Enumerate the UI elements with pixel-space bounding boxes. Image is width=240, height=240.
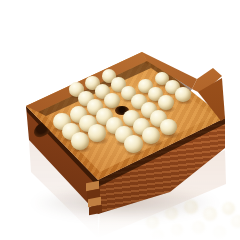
marble-r3c2[interactable] — [104, 93, 120, 108]
marble-r0c4[interactable] — [175, 87, 190, 102]
marble-r1c4[interactable] — [158, 95, 174, 110]
marble-r3c6[interactable] — [142, 127, 160, 144]
marble-r5c4[interactable] — [88, 124, 106, 141]
product-photo — [0, 0, 240, 240]
peg-grid — [0, 0, 240, 240]
marble-r4c6[interactable] — [124, 135, 143, 153]
marble-r6c4[interactable] — [71, 132, 90, 150]
